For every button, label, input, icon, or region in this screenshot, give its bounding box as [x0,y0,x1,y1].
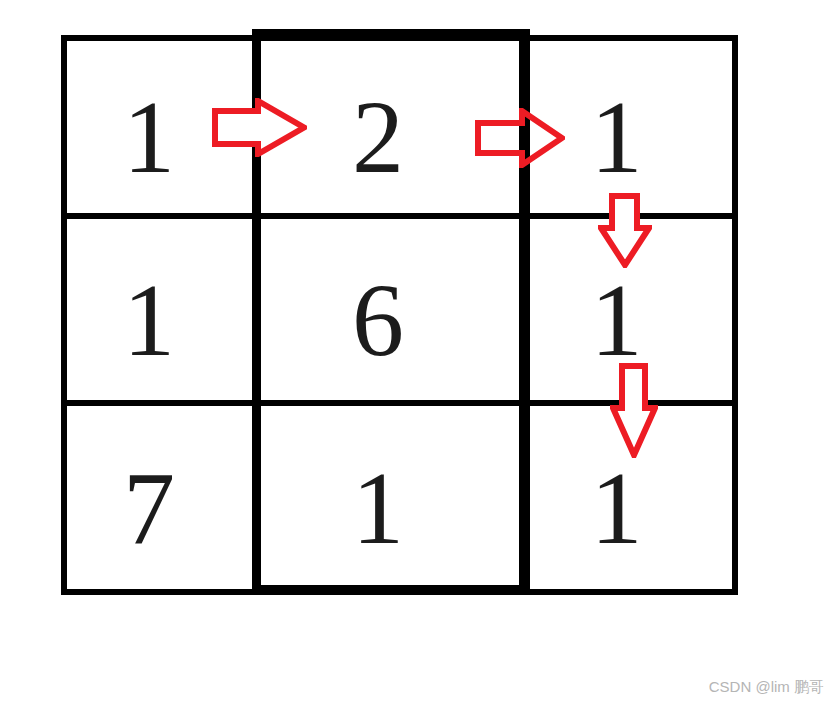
cell-value-r2c2: 1 [591,456,643,560]
cell-value-r0c1: 2 [352,85,404,189]
cell-value-r1c2: 1 [591,268,643,372]
cell-r2c0: 7 [67,406,255,589]
cell-value-r0c2: 1 [591,85,643,189]
cell-r1c2: 1 [525,219,732,400]
cell-value-r1c0: 1 [123,268,175,372]
diagram-canvas: 1 2 1 1 6 1 7 1 1 [0,0,832,706]
cell-r1c1: 6 [261,219,519,400]
cell-r0c1: 2 [261,41,519,213]
cell-r0c0: 1 [67,41,255,213]
cell-value-r2c1: 1 [352,456,404,560]
cell-value-r2c0: 7 [123,456,175,560]
cell-r0c2: 1 [525,41,732,213]
cell-value-r0c0: 1 [123,85,175,189]
cell-value-r1c1: 6 [352,268,404,372]
csdn-watermark: CSDN @lim 鹏哥 [709,678,824,697]
cell-r2c1: 1 [261,406,519,589]
cell-r1c0: 1 [67,219,255,400]
number-grid: 1 2 1 1 6 1 7 1 1 [61,35,738,595]
cell-r2c2: 1 [525,406,732,589]
